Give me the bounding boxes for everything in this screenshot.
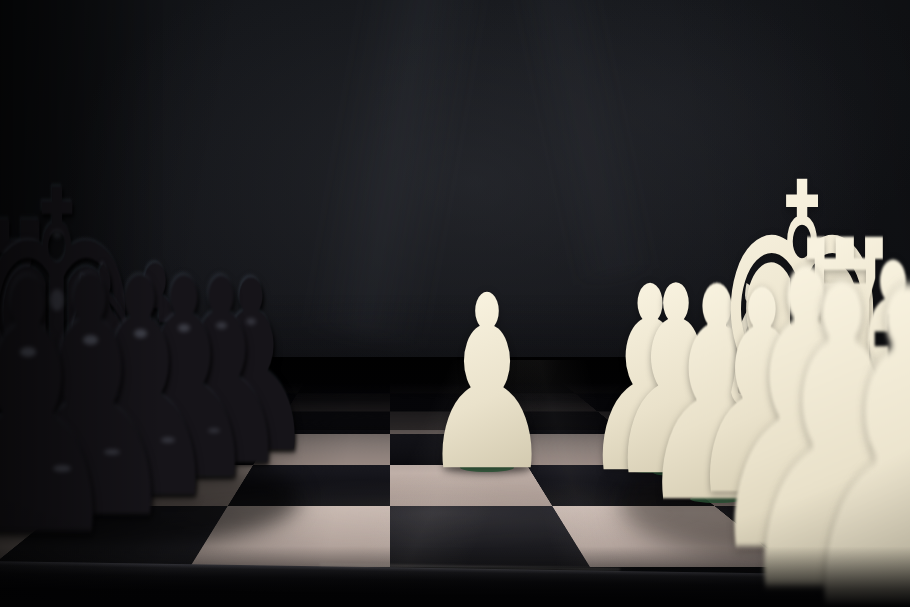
specular-highlight [246, 318, 256, 325]
chess-photo-scene: ♜♚♞♝♟♟♟♟♟♟♟♛♟♟♟♟♟♟♞♚♜♟♟♝♟♟♟♟♟♟ [0, 0, 910, 607]
white-pawn-h2: ♟ [783, 232, 910, 607]
specular-highlight [216, 322, 227, 329]
specular-highlight [161, 437, 175, 443]
specular-highlight [208, 428, 220, 433]
white-pawn-e4: ♟ [420, 264, 553, 504]
specular-highlight [53, 465, 71, 472]
specular-highlight [134, 329, 147, 338]
piece-layer: ♜♚♞♝♟♟♟♟♟♟♟♛♟♟♟♟♟♟♞♚♜♟♟♝♟♟♟♟♟♟ [0, 0, 910, 607]
specular-highlight [178, 324, 190, 332]
specular-highlight [104, 449, 120, 455]
specular-highlight [20, 347, 36, 357]
specular-highlight [83, 335, 98, 345]
specular-highlight [52, 230, 62, 238]
specular-highlight [50, 289, 64, 311]
black-pawn-h7: ♟ [0, 235, 125, 585]
